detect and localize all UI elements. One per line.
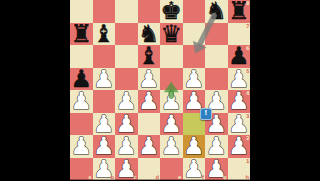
square-f1[interactable]: ♟ bbox=[183, 158, 206, 181]
square-c5[interactable] bbox=[115, 68, 138, 91]
square-h6[interactable]: ♟ bbox=[228, 45, 251, 68]
square-b1[interactable]: ♟ bbox=[93, 158, 116, 181]
square-c4[interactable]: ♟ bbox=[115, 90, 138, 113]
black-knight: ♞ bbox=[205, 0, 227, 23]
square-c2[interactable]: ♟ bbox=[115, 135, 138, 158]
white-pawn: ♟ bbox=[93, 135, 115, 158]
white-pawn: ♟ bbox=[183, 135, 205, 158]
square-h1[interactable] bbox=[228, 158, 251, 181]
video-frame: ♚♞♜♜♝♞♛♝♟♟♟♟♟♟♟♟♟♟♟♟♟♟♟♟♟♟♟♟♟♟♟♟♟♟♟♟♟♟ab… bbox=[0, 0, 320, 180]
square-e3[interactable]: ♟ bbox=[160, 113, 183, 136]
square-g7[interactable] bbox=[205, 23, 228, 46]
square-g5[interactable] bbox=[205, 68, 228, 91]
square-d4[interactable]: ♟ bbox=[138, 90, 161, 113]
black-king: ♚ bbox=[160, 0, 182, 23]
square-b6[interactable] bbox=[93, 45, 116, 68]
square-c6[interactable] bbox=[115, 45, 138, 68]
black-rook: ♜ bbox=[70, 23, 92, 46]
square-f4[interactable]: ♟ bbox=[183, 90, 206, 113]
square-h2[interactable]: ♟ bbox=[228, 135, 251, 158]
white-pawn: ♟ bbox=[160, 135, 182, 158]
white-pawn: ♟ bbox=[115, 135, 137, 158]
square-b2[interactable]: ♟ bbox=[93, 135, 116, 158]
square-e2[interactable]: ♟ bbox=[160, 135, 183, 158]
square-c3[interactable]: ♟ bbox=[115, 113, 138, 136]
square-f7[interactable] bbox=[183, 23, 206, 46]
white-pawn: ♟ bbox=[183, 90, 205, 113]
white-pawn: ♟ bbox=[228, 113, 250, 136]
square-h4[interactable]: ♟ bbox=[228, 90, 251, 113]
square-e6[interactable] bbox=[160, 45, 183, 68]
square-c8[interactable] bbox=[115, 0, 138, 23]
black-pawn: ♟ bbox=[228, 45, 250, 68]
black-bishop: ♝ bbox=[138, 45, 160, 68]
square-g8[interactable]: ♞ bbox=[205, 0, 228, 23]
square-f6[interactable] bbox=[183, 45, 206, 68]
white-pawn: ♟ bbox=[93, 158, 115, 181]
letterbox-right bbox=[250, 0, 320, 180]
square-a7[interactable]: ♜ bbox=[70, 23, 93, 46]
white-pawn: ♟ bbox=[205, 90, 227, 113]
white-pawn: ♟ bbox=[160, 90, 182, 113]
white-pawn: ♟ bbox=[115, 113, 137, 136]
square-a1[interactable] bbox=[70, 158, 93, 181]
square-e7[interactable]: ♛ bbox=[160, 23, 183, 46]
square-h3[interactable]: ♟ bbox=[228, 113, 251, 136]
square-d1[interactable] bbox=[138, 158, 161, 181]
white-pawn: ♟ bbox=[93, 68, 115, 91]
black-pawn: ♟ bbox=[70, 68, 92, 91]
chess-board[interactable]: ♚♞♜♜♝♞♛♝♟♟♟♟♟♟♟♟♟♟♟♟♟♟♟♟♟♟♟♟♟♟♟♟♟♟♟♟♟♟ab… bbox=[70, 0, 250, 180]
white-pawn: ♟ bbox=[115, 90, 137, 113]
square-d6[interactable]: ♝ bbox=[138, 45, 161, 68]
white-pawn: ♟ bbox=[183, 158, 205, 181]
square-f2[interactable]: ♟ bbox=[183, 135, 206, 158]
square-e8[interactable]: ♚ bbox=[160, 0, 183, 23]
white-pawn: ♟ bbox=[205, 158, 227, 181]
square-b3[interactable]: ♟ bbox=[93, 113, 116, 136]
white-pawn: ♟ bbox=[160, 113, 182, 136]
letterbox-left bbox=[0, 0, 70, 180]
square-a5[interactable]: ♟ bbox=[70, 68, 93, 91]
square-e5[interactable] bbox=[160, 68, 183, 91]
square-d7[interactable]: ♞ bbox=[138, 23, 161, 46]
square-d3[interactable] bbox=[138, 113, 161, 136]
white-pawn: ♟ bbox=[138, 68, 160, 91]
square-a3[interactable] bbox=[70, 113, 93, 136]
square-d8[interactable] bbox=[138, 0, 161, 23]
square-f3[interactable] bbox=[183, 113, 206, 136]
white-pawn: ♟ bbox=[115, 158, 137, 181]
square-g6[interactable] bbox=[205, 45, 228, 68]
square-h7[interactable] bbox=[228, 23, 251, 46]
square-g4[interactable]: ♟ bbox=[205, 90, 228, 113]
white-pawn: ♟ bbox=[228, 90, 250, 113]
square-a8[interactable] bbox=[70, 0, 93, 23]
square-f8[interactable] bbox=[183, 0, 206, 23]
square-g3[interactable]: ♟ bbox=[205, 113, 228, 136]
square-e4[interactable]: ♟ bbox=[160, 90, 183, 113]
black-knight: ♞ bbox=[138, 23, 160, 46]
white-pawn: ♟ bbox=[183, 68, 205, 91]
square-d5[interactable]: ♟ bbox=[138, 68, 161, 91]
square-c1[interactable]: ♟ bbox=[115, 158, 138, 181]
square-b7[interactable]: ♝ bbox=[93, 23, 116, 46]
white-pawn: ♟ bbox=[70, 90, 92, 113]
square-g2[interactable]: ♟ bbox=[205, 135, 228, 158]
square-b5[interactable]: ♟ bbox=[93, 68, 116, 91]
white-pawn: ♟ bbox=[228, 135, 250, 158]
white-pawn: ♟ bbox=[138, 135, 160, 158]
square-a2[interactable]: ♟ bbox=[70, 135, 93, 158]
black-bishop: ♝ bbox=[93, 23, 115, 46]
square-f5[interactable]: ♟ bbox=[183, 68, 206, 91]
white-pawn: ♟ bbox=[138, 90, 160, 113]
square-a6[interactable] bbox=[70, 45, 93, 68]
square-a4[interactable]: ♟ bbox=[70, 90, 93, 113]
square-b8[interactable] bbox=[93, 0, 116, 23]
square-h8[interactable]: ♜ bbox=[228, 0, 251, 23]
black-queen: ♛ bbox=[160, 23, 182, 46]
white-pawn: ♟ bbox=[205, 113, 227, 136]
square-g1[interactable]: ♟ bbox=[205, 158, 228, 181]
black-rook: ♜ bbox=[228, 0, 250, 23]
square-d2[interactable]: ♟ bbox=[138, 135, 161, 158]
square-b4[interactable] bbox=[93, 90, 116, 113]
white-pawn: ♟ bbox=[70, 135, 92, 158]
square-h5[interactable]: ♟ bbox=[228, 68, 251, 91]
white-pawn: ♟ bbox=[228, 68, 250, 91]
white-pawn: ♟ bbox=[93, 113, 115, 136]
square-e1[interactable] bbox=[160, 158, 183, 181]
white-pawn: ♟ bbox=[205, 135, 227, 158]
square-c7[interactable] bbox=[115, 23, 138, 46]
